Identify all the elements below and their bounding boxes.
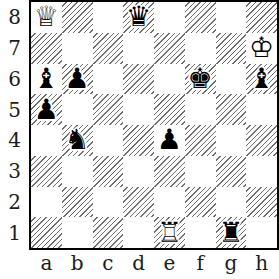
square-h6[interactable]: ♝♝ xyxy=(246,64,277,95)
square-b2[interactable] xyxy=(62,187,93,218)
square-b4[interactable]: ♞♞ xyxy=(62,125,93,156)
piece-white-rook[interactable]: ♜♖ xyxy=(154,217,185,248)
rank-label-6: 6 xyxy=(0,64,29,95)
square-e4[interactable]: ♟♟ xyxy=(154,125,185,156)
black-pawn-glyph: ♟ xyxy=(62,64,93,95)
square-g6[interactable] xyxy=(216,64,247,95)
white-king-glyph: ♔ xyxy=(246,33,277,64)
square-e3[interactable] xyxy=(154,156,185,187)
square-c5[interactable] xyxy=(93,94,124,125)
square-f1[interactable] xyxy=(185,217,216,248)
black-bishop-glyph: ♝ xyxy=(246,64,277,95)
file-label-e: e xyxy=(154,250,185,279)
square-c7[interactable] xyxy=(93,33,124,64)
square-b8[interactable] xyxy=(62,2,93,33)
black-bishop-glyph: ♝ xyxy=(31,64,62,95)
piece-white-queen[interactable]: ♛♕ xyxy=(31,2,62,33)
piece-black-bishop[interactable]: ♝♝ xyxy=(31,64,62,95)
white-queen-glyph: ♕ xyxy=(31,2,62,33)
square-c8[interactable] xyxy=(93,2,124,33)
square-f3[interactable] xyxy=(185,156,216,187)
square-h2[interactable] xyxy=(246,187,277,218)
square-b1[interactable] xyxy=(62,217,93,248)
piece-black-pawn[interactable]: ♟♟ xyxy=(31,94,62,125)
rank-label-7: 7 xyxy=(0,33,29,64)
file-label-d: d xyxy=(123,250,154,279)
file-label-a: a xyxy=(31,250,62,279)
square-a8[interactable]: ♛♕ xyxy=(31,2,62,33)
rank-label-5: 5 xyxy=(0,94,29,125)
square-h5[interactable] xyxy=(246,94,277,125)
square-e1[interactable]: ♜♖ xyxy=(154,217,185,248)
square-e8[interactable] xyxy=(154,2,185,33)
piece-black-knight[interactable]: ♞♞ xyxy=(62,125,93,156)
black-pawn-glyph: ♟ xyxy=(31,94,62,125)
square-b3[interactable] xyxy=(62,156,93,187)
square-g1[interactable]: ♜♜ xyxy=(216,217,247,248)
rank-label-8: 8 xyxy=(0,2,29,33)
square-f2[interactable] xyxy=(185,187,216,218)
piece-black-bishop[interactable]: ♝♝ xyxy=(246,64,277,95)
square-g2[interactable] xyxy=(216,187,247,218)
rank-label-1: 1 xyxy=(0,217,29,248)
square-d5[interactable] xyxy=(123,94,154,125)
chess-diagram: 87654321 ♛♕♛♛♚♔♝♝♟♟♚♚♝♝♟♟♞♞♟♟♜♖♜♜ abcdef… xyxy=(0,0,279,279)
file-label-f: f xyxy=(185,250,216,279)
square-a2[interactable] xyxy=(31,187,62,218)
square-a7[interactable] xyxy=(31,33,62,64)
square-g3[interactable] xyxy=(216,156,247,187)
square-c6[interactable] xyxy=(93,64,124,95)
square-b5[interactable] xyxy=(62,94,93,125)
white-rook-glyph: ♖ xyxy=(154,217,185,248)
square-c3[interactable] xyxy=(93,156,124,187)
file-label-h: h xyxy=(246,250,277,279)
square-a5[interactable]: ♟♟ xyxy=(31,94,62,125)
square-g4[interactable] xyxy=(216,125,247,156)
square-e6[interactable] xyxy=(154,64,185,95)
square-a1[interactable] xyxy=(31,217,62,248)
square-d6[interactable] xyxy=(123,64,154,95)
square-a6[interactable]: ♝♝ xyxy=(31,64,62,95)
square-h8[interactable] xyxy=(246,2,277,33)
square-c1[interactable] xyxy=(93,217,124,248)
piece-black-rook[interactable]: ♜♜ xyxy=(216,217,247,248)
file-label-g: g xyxy=(216,250,247,279)
file-labels: abcdefgh xyxy=(29,250,279,279)
square-d3[interactable] xyxy=(123,156,154,187)
square-h4[interactable] xyxy=(246,125,277,156)
square-a4[interactable] xyxy=(31,125,62,156)
piece-black-queen[interactable]: ♛♛ xyxy=(123,2,154,33)
piece-white-king[interactable]: ♚♔ xyxy=(246,33,277,64)
rank-label-4: 4 xyxy=(0,125,29,156)
square-g5[interactable] xyxy=(216,94,247,125)
square-d4[interactable] xyxy=(123,125,154,156)
piece-black-pawn[interactable]: ♟♟ xyxy=(62,64,93,95)
square-d8[interactable]: ♛♛ xyxy=(123,2,154,33)
square-h7[interactable]: ♚♔ xyxy=(246,33,277,64)
square-g8[interactable] xyxy=(216,2,247,33)
black-rook-glyph: ♜ xyxy=(216,217,247,248)
black-pawn-glyph: ♟ xyxy=(154,125,185,156)
file-label-b: b xyxy=(62,250,93,279)
square-d2[interactable] xyxy=(123,187,154,218)
square-b6[interactable]: ♟♟ xyxy=(62,64,93,95)
rank-labels: 87654321 xyxy=(0,0,29,250)
square-c2[interactable] xyxy=(93,187,124,218)
rank-label-2: 2 xyxy=(0,187,29,218)
square-h3[interactable] xyxy=(246,156,277,187)
square-e5[interactable] xyxy=(154,94,185,125)
square-e7[interactable] xyxy=(154,33,185,64)
square-f5[interactable] xyxy=(185,94,216,125)
square-e2[interactable] xyxy=(154,187,185,218)
file-label-c: c xyxy=(93,250,124,279)
square-f4[interactable] xyxy=(185,125,216,156)
chess-board: ♛♕♛♛♚♔♝♝♟♟♚♚♝♝♟♟♞♞♟♟♜♖♜♜ xyxy=(29,0,279,250)
square-f7[interactable] xyxy=(185,33,216,64)
black-queen-glyph: ♛ xyxy=(123,2,154,33)
black-king-glyph: ♚ xyxy=(185,64,216,95)
square-d1[interactable] xyxy=(123,217,154,248)
square-h1[interactable] xyxy=(246,217,277,248)
square-b7[interactable] xyxy=(62,33,93,64)
square-a3[interactable] xyxy=(31,156,62,187)
square-d7[interactable] xyxy=(123,33,154,64)
square-f6[interactable]: ♚♚ xyxy=(185,64,216,95)
square-g7[interactable] xyxy=(216,33,247,64)
piece-black-king[interactable]: ♚♚ xyxy=(185,64,216,95)
square-c4[interactable] xyxy=(93,125,124,156)
black-knight-glyph: ♞ xyxy=(62,125,93,156)
diagram-layout: 87654321 ♛♕♛♛♚♔♝♝♟♟♚♚♝♝♟♟♞♞♟♟♜♖♜♜ abcdef… xyxy=(0,0,279,279)
rank-label-3: 3 xyxy=(0,156,29,187)
square-f8[interactable] xyxy=(185,2,216,33)
piece-black-pawn[interactable]: ♟♟ xyxy=(154,125,185,156)
